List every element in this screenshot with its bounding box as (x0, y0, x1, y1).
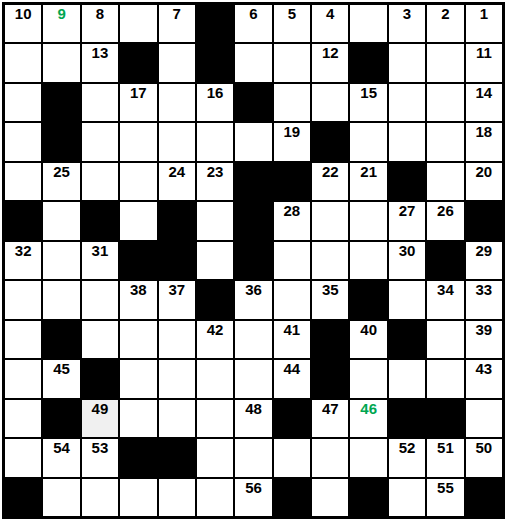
block-cell-r11c8 (274, 400, 310, 437)
cell-r11c13[interactable] (466, 400, 502, 437)
clue-number-21: 21 (350, 163, 386, 181)
clue-number-29: 29 (466, 242, 502, 260)
cell-r2c2[interactable] (43, 44, 79, 81)
clue-number-7: 7 (159, 5, 195, 23)
cell-r12c13[interactable]: 50 (466, 439, 502, 476)
cell-r1c7[interactable]: 6 (235, 5, 271, 42)
block-cell-r13c1 (5, 479, 41, 516)
cell-r6c6[interactable] (197, 202, 233, 239)
block-cell-r10c3 (82, 360, 118, 397)
cell-r10c1[interactable] (5, 360, 41, 397)
cell-r9c5[interactable] (159, 321, 195, 358)
cell-r5c3[interactable] (82, 163, 118, 200)
cell-r9c10[interactable]: 40 (350, 321, 386, 358)
cell-r13c3[interactable] (82, 479, 118, 516)
cell-r8c4[interactable]: 38 (120, 281, 156, 318)
cell-r10c11[interactable] (389, 360, 425, 397)
cell-r1c12[interactable]: 2 (427, 5, 463, 42)
clue-number-22: 22 (312, 163, 348, 181)
cell-r13c11[interactable] (389, 479, 425, 516)
cell-r3c11[interactable] (389, 84, 425, 121)
cell-r13c4[interactable] (120, 479, 156, 516)
clue-number-15: 15 (350, 84, 386, 102)
cell-r5c13[interactable]: 20 (466, 163, 502, 200)
block-cell-r11c2 (43, 400, 79, 437)
cell-r3c9[interactable] (312, 84, 348, 121)
cell-r8c5[interactable]: 37 (159, 281, 195, 318)
cell-r6c12[interactable]: 26 (427, 202, 463, 239)
cell-r1c2[interactable]: 9 (43, 5, 79, 42)
clue-number-10: 10 (5, 5, 41, 23)
cell-r10c12[interactable] (427, 360, 463, 397)
block-cell-r10c9 (312, 360, 348, 397)
cell-r6c2[interactable] (43, 202, 79, 239)
clue-number-2: 2 (427, 5, 463, 23)
cell-r12c7[interactable] (235, 439, 271, 476)
cell-r8c11[interactable] (389, 281, 425, 318)
clue-number-5: 5 (274, 5, 310, 23)
cell-r12c3[interactable]: 53 (82, 439, 118, 476)
cell-r2c9[interactable]: 12 (312, 44, 348, 81)
clue-number-23: 23 (197, 163, 233, 181)
cell-r11c6[interactable] (197, 400, 233, 437)
block-cell-r2c6 (197, 44, 233, 81)
cell-r8c7[interactable]: 36 (235, 281, 271, 318)
cell-r12c11[interactable]: 52 (389, 439, 425, 476)
cell-r9c3[interactable] (82, 321, 118, 358)
block-cell-r1c6 (197, 5, 233, 42)
block-cell-r7c5 (159, 242, 195, 279)
cell-r3c3[interactable] (82, 84, 118, 121)
cell-r7c3[interactable]: 31 (82, 242, 118, 279)
cell-r6c9[interactable] (312, 202, 348, 239)
cell-r3c10[interactable]: 15 (350, 84, 386, 121)
block-cell-r6c3 (82, 202, 118, 239)
block-cell-r3c7 (235, 84, 271, 121)
block-cell-r6c1 (5, 202, 41, 239)
cell-r1c3[interactable]: 8 (82, 5, 118, 42)
clue-number-25: 25 (43, 163, 79, 181)
clue-number-35: 35 (312, 281, 348, 299)
clue-number-34: 34 (427, 281, 463, 299)
clue-number-31: 31 (82, 242, 118, 260)
block-cell-r3c2 (43, 84, 79, 121)
block-cell-r6c5 (159, 202, 195, 239)
clue-number-42: 42 (197, 321, 233, 339)
cell-r5c5[interactable]: 24 (159, 163, 195, 200)
cell-r12c6[interactable] (197, 439, 233, 476)
cell-r1c13[interactable]: 1 (466, 5, 502, 42)
cell-r11c9[interactable]: 47 (312, 400, 348, 437)
clue-number-53: 53 (82, 439, 118, 457)
clue-number-38: 38 (120, 281, 156, 299)
cell-r9c13[interactable]: 39 (466, 321, 502, 358)
block-cell-r12c4 (120, 439, 156, 476)
cell-r5c12[interactable] (427, 163, 463, 200)
block-cell-r2c4 (120, 44, 156, 81)
cell-r3c1[interactable] (5, 84, 41, 121)
cell-r4c7[interactable] (235, 123, 271, 160)
cell-r10c8[interactable]: 44 (274, 360, 310, 397)
cell-r3c12[interactable] (427, 84, 463, 121)
cell-r8c8[interactable] (274, 281, 310, 318)
clue-number-55: 55 (427, 479, 463, 497)
clue-number-13: 13 (82, 44, 118, 62)
cell-r1c10[interactable] (350, 5, 386, 42)
cell-r6c10[interactable] (350, 202, 386, 239)
clue-number-19: 19 (274, 123, 310, 141)
cell-r5c1[interactable] (5, 163, 41, 200)
clue-number-41: 41 (274, 321, 310, 339)
cell-r5c4[interactable] (120, 163, 156, 200)
clue-number-33: 33 (466, 281, 502, 299)
clue-number-47: 47 (312, 400, 348, 418)
clue-number-11: 11 (466, 44, 502, 62)
clue-number-46: 46 (350, 400, 386, 418)
block-cell-r12c5 (159, 439, 195, 476)
cell-r1c11[interactable]: 3 (389, 5, 425, 42)
cell-r9c12[interactable] (427, 321, 463, 358)
cell-r5c6[interactable]: 23 (197, 163, 233, 200)
clue-number-8: 8 (82, 5, 118, 23)
cell-r9c4[interactable] (120, 321, 156, 358)
clue-number-24: 24 (159, 163, 195, 181)
cell-r8c2[interactable] (43, 281, 79, 318)
clue-number-54: 54 (43, 439, 79, 457)
cell-r8c12[interactable]: 34 (427, 281, 463, 318)
clue-number-4: 4 (312, 5, 348, 23)
block-cell-r13c8 (274, 479, 310, 516)
cell-r7c10[interactable] (350, 242, 386, 279)
cell-r3c4[interactable]: 17 (120, 84, 156, 121)
block-cell-r9c9 (312, 321, 348, 358)
block-cell-r11c12 (427, 400, 463, 437)
block-cell-r5c7 (235, 163, 271, 200)
cell-r10c6[interactable] (197, 360, 233, 397)
cell-r3c8[interactable] (274, 84, 310, 121)
cell-r7c11[interactable]: 30 (389, 242, 425, 279)
cell-r5c10[interactable]: 21 (350, 163, 386, 200)
cell-r4c13[interactable]: 18 (466, 123, 502, 160)
cell-r3c6[interactable]: 16 (197, 84, 233, 121)
cell-r2c5[interactable] (159, 44, 195, 81)
cell-r7c8[interactable] (274, 242, 310, 279)
cell-r11c3[interactable]: 49 (82, 400, 118, 437)
cell-r2c7[interactable] (235, 44, 271, 81)
cell-r10c7[interactable] (235, 360, 271, 397)
clue-number-44: 44 (274, 360, 310, 378)
clue-number-45: 45 (43, 360, 79, 378)
cell-r11c5[interactable] (159, 400, 195, 437)
block-cell-r6c7 (235, 202, 271, 239)
cell-r7c9[interactable] (312, 242, 348, 279)
cell-r1c9[interactable]: 4 (312, 5, 348, 42)
cell-r5c2[interactable]: 25 (43, 163, 79, 200)
cell-r13c9[interactable] (312, 479, 348, 516)
cell-r10c2[interactable]: 45 (43, 360, 79, 397)
cell-r4c4[interactable] (120, 123, 156, 160)
block-cell-r7c7 (235, 242, 271, 279)
cell-r6c11[interactable]: 27 (389, 202, 425, 239)
cell-r8c13[interactable]: 33 (466, 281, 502, 318)
cell-r2c12[interactable] (427, 44, 463, 81)
block-cell-r8c10 (350, 281, 386, 318)
cell-r11c1[interactable] (5, 400, 41, 437)
cell-r8c9[interactable]: 35 (312, 281, 348, 318)
block-cell-r4c2 (43, 123, 79, 160)
block-cell-r7c4 (120, 242, 156, 279)
cell-r11c7[interactable]: 48 (235, 400, 271, 437)
block-cell-r8c6 (197, 281, 233, 318)
block-cell-r5c11 (389, 163, 425, 200)
cell-r6c8[interactable]: 28 (274, 202, 310, 239)
cell-r11c4[interactable] (120, 400, 156, 437)
clue-number-39: 39 (466, 321, 502, 339)
cell-r4c10[interactable] (350, 123, 386, 160)
clue-number-6: 6 (235, 5, 271, 23)
cell-r9c7[interactable] (235, 321, 271, 358)
cell-r10c4[interactable] (120, 360, 156, 397)
clue-number-3: 3 (389, 5, 425, 23)
cell-r9c6[interactable]: 42 (197, 321, 233, 358)
clue-number-27: 27 (389, 202, 425, 220)
cell-r4c8[interactable]: 19 (274, 123, 310, 160)
cell-r1c5[interactable]: 7 (159, 5, 195, 42)
block-cell-r6c13 (466, 202, 502, 239)
cell-r4c6[interactable] (197, 123, 233, 160)
clue-number-48: 48 (235, 400, 271, 418)
clue-number-40: 40 (350, 321, 386, 339)
cell-r12c8[interactable] (274, 439, 310, 476)
cell-r13c5[interactable] (159, 479, 195, 516)
cell-r2c11[interactable] (389, 44, 425, 81)
cell-r2c13[interactable]: 11 (466, 44, 502, 81)
cell-r9c1[interactable] (5, 321, 41, 358)
cell-r12c12[interactable]: 51 (427, 439, 463, 476)
block-cell-r5c8 (274, 163, 310, 200)
cell-r2c3[interactable]: 13 (82, 44, 118, 81)
clue-number-16: 16 (197, 84, 233, 102)
clue-number-20: 20 (466, 163, 502, 181)
cell-r12c2[interactable]: 54 (43, 439, 79, 476)
cell-r2c8[interactable] (274, 44, 310, 81)
block-cell-r9c11 (389, 321, 425, 358)
cell-r4c12[interactable] (427, 123, 463, 160)
clue-number-9: 9 (43, 5, 79, 23)
block-cell-r4c9 (312, 123, 348, 160)
cell-r4c11[interactable] (389, 123, 425, 160)
cell-r11c10[interactable]: 46 (350, 400, 386, 437)
clue-number-51: 51 (427, 439, 463, 457)
clue-number-32: 32 (5, 242, 41, 260)
cell-r5c9[interactable]: 22 (312, 163, 348, 200)
cell-r4c5[interactable] (159, 123, 195, 160)
clue-number-50: 50 (466, 439, 502, 457)
cell-r4c1[interactable] (5, 123, 41, 160)
clue-number-12: 12 (312, 44, 348, 62)
clue-number-26: 26 (427, 202, 463, 220)
clue-number-56: 56 (235, 479, 271, 497)
cell-r7c13[interactable]: 29 (466, 242, 502, 279)
cell-r1c4[interactable] (120, 5, 156, 42)
crossword-grid: 1098765432113121117161514191825242322212… (2, 2, 505, 519)
cell-r1c8[interactable]: 5 (274, 5, 310, 42)
clue-number-30: 30 (389, 242, 425, 260)
cell-r13c2[interactable] (43, 479, 79, 516)
cell-r10c5[interactable] (159, 360, 195, 397)
cell-r9c8[interactable]: 41 (274, 321, 310, 358)
clue-number-36: 36 (235, 281, 271, 299)
cell-r7c1[interactable]: 32 (5, 242, 41, 279)
block-cell-r9c2 (43, 321, 79, 358)
clue-number-14: 14 (466, 84, 502, 102)
cell-r3c5[interactable] (159, 84, 195, 121)
clue-number-43: 43 (466, 360, 502, 378)
clue-number-37: 37 (159, 281, 195, 299)
clue-number-1: 1 (466, 5, 502, 23)
clue-number-17: 17 (120, 84, 156, 102)
clue-number-49: 49 (82, 400, 118, 418)
cell-r4c3[interactable] (82, 123, 118, 160)
cell-r13c7[interactable]: 56 (235, 479, 271, 516)
cell-r12c1[interactable] (5, 439, 41, 476)
cell-r7c2[interactable] (43, 242, 79, 279)
cell-r13c6[interactable] (197, 479, 233, 516)
cell-r6c4[interactable] (120, 202, 156, 239)
cell-r12c9[interactable] (312, 439, 348, 476)
cell-r7c6[interactable] (197, 242, 233, 279)
block-cell-r13c10 (350, 479, 386, 516)
clue-number-28: 28 (274, 202, 310, 220)
crossword-page: 1098765432113121117161514191825242322212… (0, 0, 506, 520)
block-cell-r2c10 (350, 44, 386, 81)
cell-r12c10[interactable] (350, 439, 386, 476)
cell-r8c3[interactable] (82, 281, 118, 318)
cell-r10c13[interactable]: 43 (466, 360, 502, 397)
cell-r13c12[interactable]: 55 (427, 479, 463, 516)
block-cell-r11c11 (389, 400, 425, 437)
cell-r2c1[interactable] (5, 44, 41, 81)
block-cell-r13c13 (466, 479, 502, 516)
clue-number-52: 52 (389, 439, 425, 457)
cell-r8c1[interactable] (5, 281, 41, 318)
cell-r3c13[interactable]: 14 (466, 84, 502, 121)
cell-r1c1[interactable]: 10 (5, 5, 41, 42)
cell-r10c10[interactable] (350, 360, 386, 397)
block-cell-r7c12 (427, 242, 463, 279)
clue-number-18: 18 (466, 123, 502, 141)
